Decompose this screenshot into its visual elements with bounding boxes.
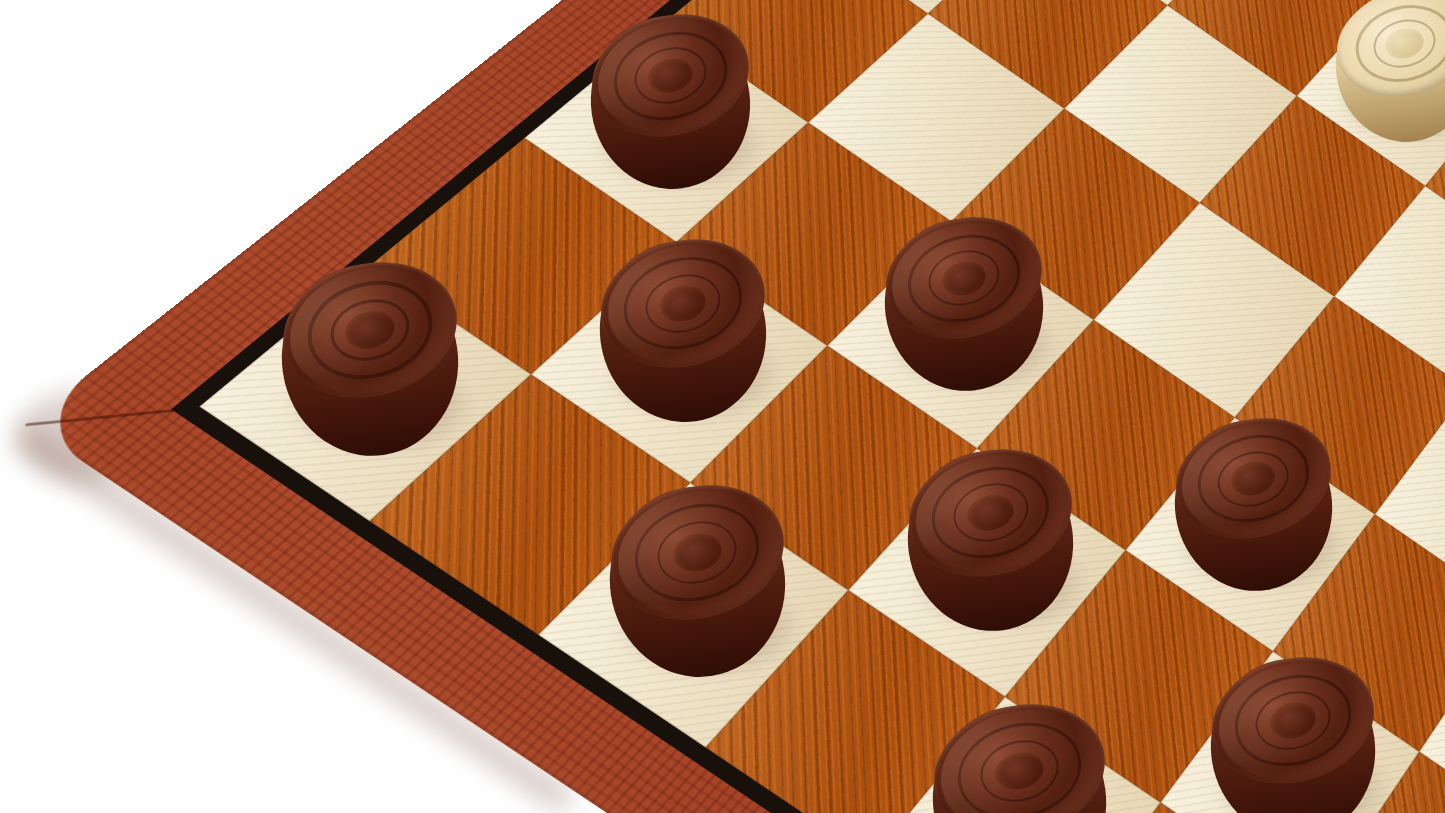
product-photo-stage xyxy=(0,0,1445,813)
